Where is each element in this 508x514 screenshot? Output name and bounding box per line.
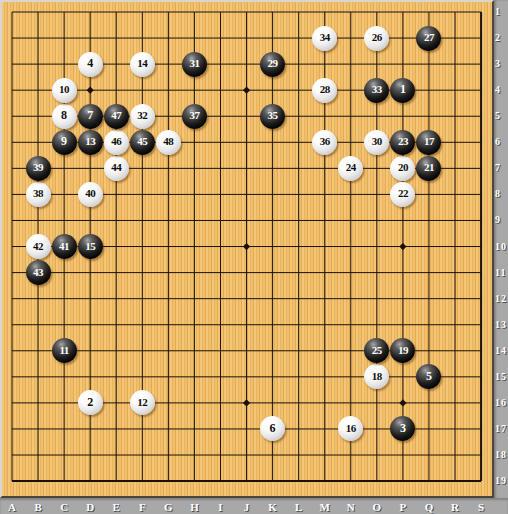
column-label-K: K (268, 500, 277, 514)
row-label-13: 13 (495, 320, 507, 330)
stone-white-46[interactable]: 46 (104, 130, 129, 155)
row-label-11: 11 (495, 268, 506, 278)
row-label-19: 19 (495, 476, 507, 486)
row-label-10: 10 (495, 242, 507, 252)
stone-number: 33 (372, 77, 382, 103)
row-label-4: 4 (495, 85, 501, 95)
stone-black-9[interactable]: 9 (52, 130, 77, 155)
stone-black-27[interactable]: 27 (416, 26, 441, 51)
row-label-14: 14 (495, 346, 507, 356)
stone-number: 35 (268, 103, 278, 129)
stone-number: 43 (33, 260, 43, 286)
column-label-L: L (295, 500, 302, 514)
stone-number: 8 (61, 103, 67, 129)
column-label-O: O (373, 500, 382, 514)
column-label-D: D (86, 500, 94, 514)
stone-black-35[interactable]: 35 (260, 104, 285, 129)
stone-number: 26 (372, 25, 382, 51)
stone-number: 46 (111, 129, 121, 155)
row-label-2: 2 (495, 33, 501, 43)
stone-white-26[interactable]: 26 (364, 26, 389, 51)
stone-black-1[interactable]: 1 (390, 78, 415, 103)
row-label-5: 5 (495, 111, 501, 121)
stone-black-43[interactable]: 43 (26, 260, 51, 285)
stone-number: 16 (346, 416, 356, 442)
stone-number: 31 (189, 51, 199, 77)
column-label-P: P (400, 500, 407, 514)
row-label-17: 17 (495, 424, 507, 434)
row-label-16: 16 (495, 398, 507, 408)
row-label-6: 6 (495, 137, 501, 147)
go-kifu-diagram: ABCDEFGHIJKLMNOPQRS123456789101112131415… (0, 0, 508, 514)
stone-number: 28 (320, 77, 330, 103)
stone-number: 38 (33, 181, 43, 207)
column-label-B: B (34, 500, 41, 514)
column-label-G: G (164, 500, 173, 514)
stone-number: 27 (424, 25, 434, 51)
stone-number: 3 (400, 416, 406, 442)
stone-white-44[interactable]: 44 (104, 156, 129, 181)
stone-number: 41 (59, 234, 69, 260)
stone-white-2[interactable]: 2 (78, 390, 103, 415)
stone-white-10[interactable]: 10 (52, 78, 77, 103)
stone-number: 22 (398, 181, 408, 207)
row-label-1: 1 (495, 7, 501, 17)
column-label-S: S (478, 500, 484, 514)
stone-number: 18 (372, 364, 382, 390)
row-label-18: 18 (495, 450, 507, 460)
stone-number: 13 (85, 129, 95, 155)
stone-number: 39 (33, 155, 43, 181)
column-label-C: C (60, 500, 68, 514)
stone-white-48[interactable]: 48 (156, 130, 181, 155)
stone-number: 5 (426, 364, 432, 390)
row-label-3: 3 (495, 59, 501, 69)
stone-number: 36 (320, 129, 330, 155)
stone-black-39[interactable]: 39 (26, 156, 51, 181)
stone-number: 34 (320, 25, 330, 51)
stone-number: 21 (424, 155, 434, 181)
stone-number: 7 (87, 103, 93, 129)
stone-white-34[interactable]: 34 (312, 26, 337, 51)
stone-number: 6 (270, 416, 276, 442)
stone-white-30[interactable]: 30 (364, 130, 389, 155)
stone-white-24[interactable]: 24 (338, 156, 363, 181)
stone-number: 40 (85, 181, 95, 207)
stone-number: 15 (85, 234, 95, 260)
stone-black-29[interactable]: 29 (260, 52, 285, 77)
stone-black-11[interactable]: 11 (52, 338, 77, 363)
stone-white-36[interactable]: 36 (312, 130, 337, 155)
column-label-R: R (451, 500, 459, 514)
row-label-9: 9 (495, 215, 501, 225)
stone-black-7[interactable]: 7 (78, 104, 103, 129)
column-label-J: J (244, 500, 250, 514)
stone-black-31[interactable]: 31 (182, 52, 207, 77)
column-label-Q: Q (425, 500, 434, 514)
stone-black-33[interactable]: 33 (364, 78, 389, 103)
stone-white-38[interactable]: 38 (26, 182, 51, 207)
stone-white-32[interactable]: 32 (130, 104, 155, 129)
stone-number: 14 (137, 51, 147, 77)
stone-number: 42 (33, 234, 43, 260)
stone-number: 10 (59, 77, 69, 103)
column-label-M: M (320, 500, 330, 514)
column-label-F: F (139, 500, 146, 514)
column-label-E: E (113, 500, 120, 514)
stone-number: 37 (189, 103, 199, 129)
stone-black-47[interactable]: 47 (104, 104, 129, 129)
row-label-15: 15 (495, 372, 507, 382)
stone-white-4[interactable]: 4 (78, 52, 103, 77)
stone-number: 11 (59, 338, 68, 364)
column-label-H: H (190, 500, 199, 514)
row-label-12: 12 (495, 294, 507, 304)
stone-number: 2 (87, 390, 93, 416)
stone-number: 30 (372, 129, 382, 155)
stone-white-14[interactable]: 14 (130, 52, 155, 77)
stone-number: 24 (346, 155, 356, 181)
stone-number: 19 (398, 338, 408, 364)
stone-black-13[interactable]: 13 (78, 130, 103, 155)
stone-number: 23 (398, 129, 408, 155)
stone-number: 48 (163, 129, 173, 155)
stone-number: 32 (137, 103, 147, 129)
stone-black-15[interactable]: 15 (78, 234, 103, 259)
stone-number: 44 (111, 155, 121, 181)
column-label-N: N (347, 500, 355, 514)
stone-white-40[interactable]: 40 (78, 182, 103, 207)
row-label-8: 8 (495, 189, 501, 199)
stone-white-8[interactable]: 8 (52, 104, 77, 129)
stone-number: 1 (400, 77, 406, 103)
stone-black-37[interactable]: 37 (182, 104, 207, 129)
stone-black-41[interactable]: 41 (52, 234, 77, 259)
stone-number: 4 (87, 51, 93, 77)
stone-number: 29 (268, 51, 278, 77)
stone-number: 17 (424, 129, 434, 155)
row-label-strip (494, 0, 508, 514)
stone-number: 25 (372, 338, 382, 364)
stone-white-42[interactable]: 42 (26, 234, 51, 259)
stone-number: 9 (61, 129, 67, 155)
stone-number: 45 (137, 129, 147, 155)
column-label-I: I (218, 500, 222, 514)
stone-white-28[interactable]: 28 (312, 78, 337, 103)
row-label-7: 7 (495, 163, 501, 173)
stone-black-45[interactable]: 45 (130, 130, 155, 155)
column-label-A: A (8, 500, 16, 514)
stone-number: 47 (111, 103, 121, 129)
stone-number: 20 (398, 155, 408, 181)
stone-number: 12 (137, 390, 147, 416)
